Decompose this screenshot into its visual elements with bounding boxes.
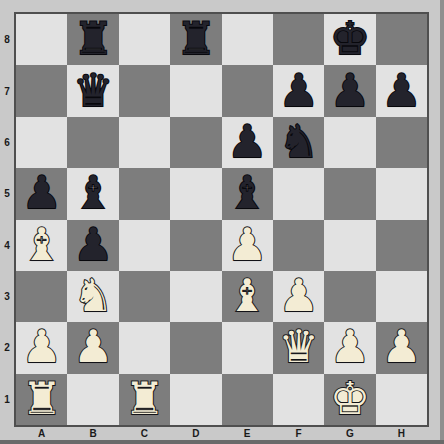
square-c7[interactable]	[119, 65, 170, 116]
square-g2[interactable]: ♟	[324, 322, 375, 373]
square-c3[interactable]	[119, 271, 170, 322]
square-d2[interactable]	[170, 322, 221, 373]
rank-label-7: 7	[0, 65, 14, 116]
square-a4[interactable]: ♝	[16, 220, 67, 271]
square-d3[interactable]	[170, 271, 221, 322]
file-label-b: B	[67, 427, 118, 440]
square-b6[interactable]	[67, 117, 118, 168]
piece-black-pawn[interactable]: ♟	[381, 68, 421, 113]
square-b2[interactable]: ♟	[67, 322, 118, 373]
square-g1[interactable]: ♚	[324, 374, 375, 425]
square-h1[interactable]	[376, 374, 427, 425]
square-h4[interactable]	[376, 220, 427, 271]
square-e5[interactable]: ♝	[222, 168, 273, 219]
square-h7[interactable]: ♟	[376, 65, 427, 116]
frame-right-edge	[440, 0, 444, 444]
square-g6[interactable]	[324, 117, 375, 168]
piece-white-pawn[interactable]: ♟	[330, 324, 370, 369]
piece-black-rook[interactable]: ♜	[73, 16, 113, 61]
square-f6[interactable]: ♞	[273, 117, 324, 168]
square-h8[interactable]	[376, 14, 427, 65]
file-label-e: E	[222, 427, 273, 440]
rank-label-3: 3	[0, 271, 14, 322]
piece-white-bishop[interactable]: ♝	[227, 273, 267, 318]
square-h6[interactable]	[376, 117, 427, 168]
square-a8[interactable]	[16, 14, 67, 65]
square-b5[interactable]: ♝	[67, 168, 118, 219]
piece-black-rook[interactable]: ♜	[176, 16, 216, 61]
rank-labels: 87654321	[0, 14, 14, 425]
rank-label-1: 1	[0, 374, 14, 425]
piece-black-knight[interactable]: ♞	[278, 119, 318, 164]
file-label-h: H	[376, 427, 427, 440]
piece-black-queen[interactable]: ♛	[73, 68, 113, 113]
file-label-a: A	[16, 427, 67, 440]
file-label-g: G	[324, 427, 375, 440]
file-label-c: C	[119, 427, 170, 440]
square-e3[interactable]: ♝	[222, 271, 273, 322]
square-b8[interactable]: ♜	[67, 14, 118, 65]
piece-black-king[interactable]: ♚	[330, 16, 370, 61]
square-c5[interactable]	[119, 168, 170, 219]
square-h2[interactable]: ♟	[376, 322, 427, 373]
file-label-d: D	[170, 427, 221, 440]
square-c8[interactable]	[119, 14, 170, 65]
square-a5[interactable]: ♟	[16, 168, 67, 219]
rank-label-5: 5	[0, 168, 14, 219]
square-f4[interactable]	[273, 220, 324, 271]
piece-white-bishop[interactable]: ♝	[22, 222, 62, 267]
square-d6[interactable]	[170, 117, 221, 168]
piece-white-king[interactable]: ♚	[330, 376, 370, 421]
square-c1[interactable]: ♜	[119, 374, 170, 425]
square-c4[interactable]	[119, 220, 170, 271]
piece-white-queen[interactable]: ♛	[278, 324, 318, 369]
square-a7[interactable]	[16, 65, 67, 116]
piece-white-pawn[interactable]: ♟	[227, 222, 267, 267]
piece-white-pawn[interactable]: ♟	[381, 324, 421, 369]
square-a3[interactable]	[16, 271, 67, 322]
square-g3[interactable]	[324, 271, 375, 322]
piece-black-pawn[interactable]: ♟	[22, 170, 62, 215]
chess-board: ♜♜♚♛♟♟♟♟♞♟♝♝♝♟♟♞♝♟♟♟♛♟♟♜♜♚	[14, 12, 429, 427]
square-e8[interactable]	[222, 14, 273, 65]
square-e4[interactable]: ♟	[222, 220, 273, 271]
piece-white-pawn[interactable]: ♟	[278, 273, 318, 318]
piece-black-pawn[interactable]: ♟	[73, 222, 113, 267]
piece-white-pawn[interactable]: ♟	[22, 324, 62, 369]
square-d7[interactable]	[170, 65, 221, 116]
chess-diagram: ♜♜♚♛♟♟♟♟♞♟♝♝♝♟♟♞♝♟♟♟♛♟♟♜♜♚ 87654321 ABCD…	[0, 0, 444, 444]
square-e7[interactable]	[222, 65, 273, 116]
square-b4[interactable]: ♟	[67, 220, 118, 271]
square-h5[interactable]	[376, 168, 427, 219]
rank-label-8: 8	[0, 14, 14, 65]
rank-label-2: 2	[0, 322, 14, 373]
square-b1[interactable]	[67, 374, 118, 425]
rank-label-6: 6	[0, 117, 14, 168]
square-g7[interactable]: ♟	[324, 65, 375, 116]
rank-label-4: 4	[0, 220, 14, 271]
square-g4[interactable]	[324, 220, 375, 271]
piece-white-rook[interactable]: ♜	[124, 376, 164, 421]
square-e6[interactable]: ♟	[222, 117, 273, 168]
piece-white-knight[interactable]: ♞	[73, 273, 113, 318]
square-d4[interactable]	[170, 220, 221, 271]
piece-black-pawn[interactable]: ♟	[330, 68, 370, 113]
file-label-f: F	[273, 427, 324, 440]
piece-black-bishop[interactable]: ♝	[227, 170, 267, 215]
square-f5[interactable]	[273, 168, 324, 219]
piece-white-pawn[interactable]: ♟	[73, 324, 113, 369]
square-d5[interactable]	[170, 168, 221, 219]
square-d1[interactable]	[170, 374, 221, 425]
square-d8[interactable]: ♜	[170, 14, 221, 65]
square-e2[interactable]	[222, 322, 273, 373]
square-g8[interactable]: ♚	[324, 14, 375, 65]
square-a6[interactable]	[16, 117, 67, 168]
square-f1[interactable]	[273, 374, 324, 425]
square-b7[interactable]: ♛	[67, 65, 118, 116]
square-f7[interactable]: ♟	[273, 65, 324, 116]
square-a1[interactable]: ♜	[16, 374, 67, 425]
piece-black-pawn[interactable]: ♟	[227, 119, 267, 164]
square-a2[interactable]: ♟	[16, 322, 67, 373]
square-f3[interactable]: ♟	[273, 271, 324, 322]
file-labels: ABCDEFGH	[16, 427, 427, 440]
square-c2[interactable]	[119, 322, 170, 373]
square-f8[interactable]	[273, 14, 324, 65]
frame-bottom-edge	[0, 440, 444, 444]
square-e1[interactable]	[222, 374, 273, 425]
piece-black-bishop[interactable]: ♝	[73, 170, 113, 215]
square-h3[interactable]	[376, 271, 427, 322]
square-g5[interactable]	[324, 168, 375, 219]
piece-white-rook[interactable]: ♜	[22, 376, 62, 421]
square-b3[interactable]: ♞	[67, 271, 118, 322]
piece-black-pawn[interactable]: ♟	[278, 68, 318, 113]
square-c6[interactable]	[119, 117, 170, 168]
square-f2[interactable]: ♛	[273, 322, 324, 373]
